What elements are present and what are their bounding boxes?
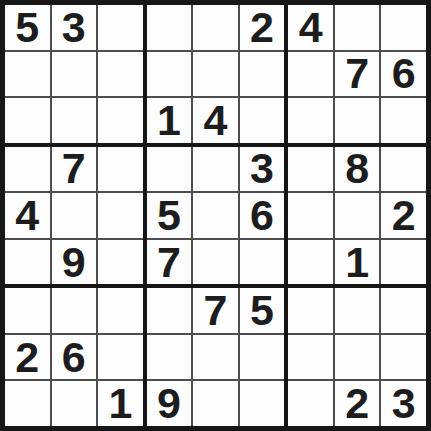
cell-r8c3[interactable] xyxy=(98,335,143,380)
cell-r3c8[interactable] xyxy=(335,98,380,143)
cell-r6c8[interactable]: 1 xyxy=(335,240,380,285)
cell-r4c1[interactable] xyxy=(5,147,50,192)
cell-r9c8[interactable]: 2 xyxy=(335,381,380,426)
cell-r6c3[interactable] xyxy=(98,240,143,285)
cell-r5c4[interactable]: 5 xyxy=(147,193,192,238)
cell-r3c9[interactable] xyxy=(381,98,426,143)
cell-r2c8[interactable]: 7 xyxy=(335,52,380,97)
cell-r4c5[interactable] xyxy=(193,147,238,192)
cell-r3c6[interactable] xyxy=(240,98,285,143)
box-r3c2: 759 xyxy=(147,288,285,426)
cell-r6c5[interactable] xyxy=(193,240,238,285)
cell-r3c3[interactable] xyxy=(98,98,143,143)
cell-r9c7[interactable] xyxy=(288,381,333,426)
cell-r7c8[interactable] xyxy=(335,288,380,333)
cell-r2c6[interactable] xyxy=(240,52,285,97)
sudoku-board: 53214476749356782126175923 xyxy=(0,0,431,431)
cell-r7c3[interactable] xyxy=(98,288,143,333)
cell-r5c8[interactable] xyxy=(335,193,380,238)
cell-r1c4[interactable] xyxy=(147,5,192,50)
cell-r8c5[interactable] xyxy=(193,335,238,380)
cell-r4c9[interactable] xyxy=(381,147,426,192)
box-r1c1: 53 xyxy=(5,5,143,143)
cell-r1c7[interactable]: 4 xyxy=(288,5,333,50)
cell-r6c4[interactable]: 7 xyxy=(147,240,192,285)
box-r3c1: 261 xyxy=(5,288,143,426)
cell-r7c4[interactable] xyxy=(147,288,192,333)
sudoku-page: 53214476749356782126175923 xyxy=(0,0,431,431)
cell-r7c1[interactable] xyxy=(5,288,50,333)
cell-r1c5[interactable] xyxy=(193,5,238,50)
cell-r5c5[interactable] xyxy=(193,193,238,238)
cell-r1c1[interactable]: 5 xyxy=(5,5,50,50)
cell-r5c2[interactable] xyxy=(52,193,97,238)
cell-r4c8[interactable]: 8 xyxy=(335,147,380,192)
cell-r6c7[interactable] xyxy=(288,240,333,285)
cell-r4c6[interactable]: 3 xyxy=(240,147,285,192)
cell-r1c9[interactable] xyxy=(381,5,426,50)
cell-r2c5[interactable] xyxy=(193,52,238,97)
cell-r5c1[interactable]: 4 xyxy=(5,193,50,238)
box-r3c3: 23 xyxy=(288,288,426,426)
cell-r9c5[interactable] xyxy=(193,381,238,426)
cell-r9c2[interactable] xyxy=(52,381,97,426)
cell-r7c5[interactable]: 7 xyxy=(193,288,238,333)
cell-r8c7[interactable] xyxy=(288,335,333,380)
cell-r8c2[interactable]: 6 xyxy=(52,335,97,380)
box-r1c2: 214 xyxy=(147,5,285,143)
cell-r4c7[interactable] xyxy=(288,147,333,192)
cell-r3c4[interactable]: 1 xyxy=(147,98,192,143)
cell-r3c2[interactable] xyxy=(52,98,97,143)
cell-r3c1[interactable] xyxy=(5,98,50,143)
cell-r8c6[interactable] xyxy=(240,335,285,380)
cell-r8c8[interactable] xyxy=(335,335,380,380)
box-r2c2: 3567 xyxy=(147,147,285,285)
cell-r6c6[interactable] xyxy=(240,240,285,285)
cell-r7c2[interactable] xyxy=(52,288,97,333)
cell-r3c7[interactable] xyxy=(288,98,333,143)
cell-r2c4[interactable] xyxy=(147,52,192,97)
cell-r5c6[interactable]: 6 xyxy=(240,193,285,238)
cell-r7c7[interactable] xyxy=(288,288,333,333)
cell-r9c6[interactable] xyxy=(240,381,285,426)
cell-r3c5[interactable]: 4 xyxy=(193,98,238,143)
cell-r7c6[interactable]: 5 xyxy=(240,288,285,333)
box-r2c1: 749 xyxy=(5,147,143,285)
cell-r5c9[interactable]: 2 xyxy=(381,193,426,238)
cell-r8c9[interactable] xyxy=(381,335,426,380)
cell-r7c9[interactable] xyxy=(381,288,426,333)
cell-r2c1[interactable] xyxy=(5,52,50,97)
cell-r4c2[interactable]: 7 xyxy=(52,147,97,192)
cell-r1c3[interactable] xyxy=(98,5,143,50)
cell-r4c3[interactable] xyxy=(98,147,143,192)
cell-r5c7[interactable] xyxy=(288,193,333,238)
cell-r2c3[interactable] xyxy=(98,52,143,97)
cell-r1c6[interactable]: 2 xyxy=(240,5,285,50)
cell-r9c9[interactable]: 3 xyxy=(381,381,426,426)
cell-r2c9[interactable]: 6 xyxy=(381,52,426,97)
box-r1c3: 476 xyxy=(288,5,426,143)
cell-r9c1[interactable] xyxy=(5,381,50,426)
cell-r1c8[interactable] xyxy=(335,5,380,50)
cell-r6c9[interactable] xyxy=(381,240,426,285)
cell-r5c3[interactable] xyxy=(98,193,143,238)
cell-r1c2[interactable]: 3 xyxy=(52,5,97,50)
cell-r4c4[interactable] xyxy=(147,147,192,192)
cell-r6c1[interactable] xyxy=(5,240,50,285)
cell-r8c4[interactable] xyxy=(147,335,192,380)
cell-r9c4[interactable]: 9 xyxy=(147,381,192,426)
box-r2c3: 821 xyxy=(288,147,426,285)
cell-r2c7[interactable] xyxy=(288,52,333,97)
cell-r2c2[interactable] xyxy=(52,52,97,97)
cell-r9c3[interactable]: 1 xyxy=(98,381,143,426)
cell-r6c2[interactable]: 9 xyxy=(52,240,97,285)
cell-r8c1[interactable]: 2 xyxy=(5,335,50,380)
